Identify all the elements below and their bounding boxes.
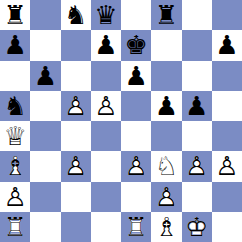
black-pawn-piece[interactable]: ♟	[91, 30, 121, 60]
white-pawn-glyph-outline: ♙	[151, 182, 181, 212]
black-pawn-glyph: ♟	[121, 61, 151, 91]
black-pawn-piece[interactable]: ♟	[182, 91, 212, 121]
black-pawn-piece[interactable]: ♟	[30, 61, 60, 91]
square-f7[interactable]	[151, 30, 181, 60]
black-pawn-glyph: ♟	[0, 30, 30, 60]
square-g2[interactable]	[182, 182, 212, 212]
square-g6[interactable]	[182, 61, 212, 91]
white-pawn-piece[interactable]: ♟♙	[61, 151, 91, 181]
square-b8[interactable]	[30, 0, 60, 30]
square-f5[interactable]: ♟	[151, 91, 181, 121]
white-bishop-piece[interactable]: ♝♗	[151, 212, 181, 242]
square-d6[interactable]	[91, 61, 121, 91]
white-queen-glyph-outline: ♕	[0, 121, 30, 151]
square-g8[interactable]	[182, 0, 212, 30]
square-f8[interactable]: ♜	[151, 0, 181, 30]
square-h4[interactable]	[212, 121, 242, 151]
square-e1[interactable]: ♜♖	[121, 212, 151, 242]
square-a6[interactable]	[0, 61, 30, 91]
square-h7[interactable]: ♟	[212, 30, 242, 60]
square-g4[interactable]	[182, 121, 212, 151]
black-knight-glyph: ♞	[0, 91, 30, 121]
white-rook-glyph-outline: ♖	[121, 212, 151, 242]
white-pawn-glyph-outline: ♙	[121, 151, 151, 181]
square-b6[interactable]: ♟	[30, 61, 60, 91]
square-e2[interactable]	[121, 182, 151, 212]
square-h6[interactable]	[212, 61, 242, 91]
square-e6[interactable]: ♟	[121, 61, 151, 91]
square-d7[interactable]: ♟	[91, 30, 121, 60]
square-f6[interactable]	[151, 61, 181, 91]
square-e5[interactable]	[121, 91, 151, 121]
square-f4[interactable]	[151, 121, 181, 151]
white-pawn-glyph-outline: ♙	[91, 91, 121, 121]
white-pawn-piece[interactable]: ♟♙	[182, 151, 212, 181]
square-d5[interactable]: ♟♙	[91, 91, 121, 121]
square-a7[interactable]: ♟	[0, 30, 30, 60]
square-a4[interactable]: ♛♕	[0, 121, 30, 151]
black-pawn-glyph: ♟	[182, 91, 212, 121]
square-c4[interactable]	[61, 121, 91, 151]
square-f1[interactable]: ♝♗	[151, 212, 181, 242]
square-b3[interactable]	[30, 151, 60, 181]
square-a1[interactable]: ♜♖	[0, 212, 30, 242]
square-g1[interactable]: ♚♔	[182, 212, 212, 242]
chess-board-container: ♜♞♛♜♟♟♚♟♟♟♞♟♙♟♙♟♟♛♕♝♗♟♙♟♙♞♘♟♙♟♙♟♙♟♙♜♖♜♖♝…	[0, 0, 242, 242]
white-pawn-piece[interactable]: ♟♙	[91, 91, 121, 121]
white-queen-piece[interactable]: ♛♕	[0, 121, 30, 151]
square-c7[interactable]	[61, 30, 91, 60]
square-h8[interactable]	[212, 0, 242, 30]
square-a2[interactable]: ♟♙	[0, 182, 30, 212]
square-c1[interactable]	[61, 212, 91, 242]
white-knight-glyph-outline: ♘	[151, 151, 181, 181]
square-e3[interactable]: ♟♙	[121, 151, 151, 181]
white-pawn-glyph-outline: ♙	[182, 151, 212, 181]
square-h3[interactable]: ♟♙	[212, 151, 242, 181]
square-b5[interactable]	[30, 91, 60, 121]
square-b4[interactable]	[30, 121, 60, 151]
square-e7[interactable]: ♚	[121, 30, 151, 60]
chess-board: ♜♞♛♜♟♟♚♟♟♟♞♟♙♟♙♟♟♛♕♝♗♟♙♟♙♞♘♟♙♟♙♟♙♟♙♜♖♜♖♝…	[0, 0, 242, 242]
white-pawn-glyph-outline: ♙	[0, 182, 30, 212]
black-rook-glyph: ♜	[0, 0, 30, 30]
square-c2[interactable]	[61, 182, 91, 212]
black-queen-piece[interactable]: ♛	[91, 0, 121, 30]
square-d3[interactable]	[91, 151, 121, 181]
black-knight-piece[interactable]: ♞	[0, 91, 30, 121]
black-pawn-piece[interactable]: ♟	[151, 91, 181, 121]
white-bishop-piece[interactable]: ♝♗	[0, 151, 30, 181]
white-pawn-piece[interactable]: ♟♙	[121, 151, 151, 181]
black-pawn-piece[interactable]: ♟	[0, 30, 30, 60]
white-pawn-piece[interactable]: ♟♙	[61, 91, 91, 121]
square-g7[interactable]	[182, 30, 212, 60]
square-h1[interactable]	[212, 212, 242, 242]
square-f3[interactable]: ♞♘	[151, 151, 181, 181]
square-b7[interactable]	[30, 30, 60, 60]
square-d2[interactable]	[91, 182, 121, 212]
white-rook-glyph-outline: ♖	[0, 212, 30, 242]
square-b2[interactable]	[30, 182, 60, 212]
white-king-glyph-outline: ♔	[182, 212, 212, 242]
white-king-piece[interactable]: ♚♔	[182, 212, 212, 242]
white-bishop-glyph-outline: ♗	[151, 212, 181, 242]
square-d1[interactable]	[91, 212, 121, 242]
black-pawn-glyph: ♟	[212, 30, 242, 60]
square-d4[interactable]	[91, 121, 121, 151]
square-c6[interactable]	[61, 61, 91, 91]
square-c3[interactable]: ♟♙	[61, 151, 91, 181]
black-pawn-piece[interactable]: ♟	[121, 61, 151, 91]
square-h2[interactable]	[212, 182, 242, 212]
black-pawn-glyph: ♟	[151, 91, 181, 121]
black-rook-glyph: ♜	[151, 0, 181, 30]
black-pawn-glyph: ♟	[30, 61, 60, 91]
black-knight-glyph: ♞	[61, 0, 91, 30]
square-a5[interactable]: ♞	[0, 91, 30, 121]
white-rook-piece[interactable]: ♜♖	[0, 212, 30, 242]
black-pawn-piece[interactable]: ♟	[212, 30, 242, 60]
square-e4[interactable]	[121, 121, 151, 151]
black-queen-glyph: ♛	[91, 0, 121, 30]
white-pawn-glyph-outline: ♙	[61, 91, 91, 121]
white-knight-piece[interactable]: ♞♘	[151, 151, 181, 181]
black-pawn-glyph: ♟	[91, 30, 121, 60]
square-c8[interactable]: ♞	[61, 0, 91, 30]
square-d8[interactable]: ♛	[91, 0, 121, 30]
white-rook-piece[interactable]: ♜♖	[121, 212, 151, 242]
square-f2[interactable]: ♟♙	[151, 182, 181, 212]
square-c5[interactable]: ♟♙	[61, 91, 91, 121]
white-pawn-glyph-outline: ♙	[212, 151, 242, 181]
black-king-piece[interactable]: ♚	[121, 30, 151, 60]
black-king-glyph: ♚	[121, 30, 151, 60]
white-pawn-piece[interactable]: ♟♙	[212, 151, 242, 181]
square-e8[interactable]	[121, 0, 151, 30]
white-bishop-glyph-outline: ♗	[0, 151, 30, 181]
white-pawn-piece[interactable]: ♟♙	[151, 182, 181, 212]
square-g3[interactable]: ♟♙	[182, 151, 212, 181]
square-a3[interactable]: ♝♗	[0, 151, 30, 181]
black-knight-piece[interactable]: ♞	[61, 0, 91, 30]
black-rook-piece[interactable]: ♜	[0, 0, 30, 30]
white-pawn-glyph-outline: ♙	[61, 151, 91, 181]
square-h5[interactable]	[212, 91, 242, 121]
square-b1[interactable]	[30, 212, 60, 242]
white-pawn-piece[interactable]: ♟♙	[0, 182, 30, 212]
black-rook-piece[interactable]: ♜	[151, 0, 181, 30]
square-a8[interactable]: ♜	[0, 0, 30, 30]
square-g5[interactable]: ♟	[182, 91, 212, 121]
